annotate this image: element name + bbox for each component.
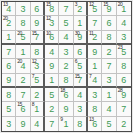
cage-sum-r1c6: 3 (75, 2, 77, 7)
digit-r9c5: 1 (63, 120, 68, 129)
cell-r5c8[interactable]: 7 (102, 59, 116, 73)
cell-r7c7[interactable]: 3 (88, 88, 102, 102)
digit-r7c1: 8 (6, 91, 11, 100)
digit-r6c7: 4 (92, 76, 97, 85)
digit-r9c9: 2 (121, 120, 126, 129)
cell-r1c9[interactable]: 201 (117, 2, 131, 16)
cell-r9c9[interactable]: 2 (117, 117, 131, 131)
cage-sum-r3c6: 30 (75, 31, 80, 36)
digit-r3c5: 4 (63, 33, 68, 42)
digit-r1c2: 3 (20, 5, 25, 14)
cell-r1c4[interactable]: 158 (45, 2, 59, 16)
cell-r4c4[interactable]: 4 (45, 45, 59, 59)
digit-r9c1: 3 (6, 120, 11, 129)
cell-r9c6[interactable]: 8 (74, 117, 88, 131)
cell-r5c6[interactable]: 65 (74, 59, 88, 73)
digit-r5c6: 5 (77, 62, 82, 71)
digit-r4c3: 8 (34, 48, 39, 57)
cell-r5c1[interactable]: 6 (2, 59, 16, 73)
cell-r6c7[interactable]: 74 (88, 74, 102, 88)
cage-sum-r7c5: 18 (60, 88, 65, 93)
cell-r5c3[interactable]: 123 (31, 59, 45, 73)
digit-r8c3: 1 (34, 105, 39, 114)
digit-r8c4: 2 (49, 105, 54, 114)
cell-r4c3[interactable]: 8 (31, 45, 45, 59)
cage-sum-r2c1: 20 (3, 16, 8, 21)
cage-sum-r1c7: 12 (89, 2, 94, 7)
cell-r4c1[interactable]: 7 (2, 45, 16, 59)
cell-r2c1[interactable]: 202 (2, 16, 16, 30)
cell-r5c7[interactable]: 1 (88, 59, 102, 73)
digit-r5c7: 1 (92, 62, 97, 71)
cell-r3c5[interactable]: 4 (59, 31, 73, 45)
digit-r9c6: 8 (77, 120, 82, 129)
cell-r2c6[interactable]: 1 (74, 16, 88, 30)
cage-sum-r8c2: 15 (17, 102, 22, 107)
cell-r1c6[interactable]: 32 (74, 2, 88, 16)
cell-r8c3[interactable]: 81 (31, 102, 45, 116)
digit-r6c9: 6 (121, 76, 126, 85)
cell-r3c3[interactable]: 157 (31, 31, 45, 45)
digit-r5c8: 7 (106, 62, 111, 71)
cell-r1c8[interactable]: 159 (102, 2, 116, 16)
digit-r7c2: 7 (20, 91, 25, 100)
cell-r1c7[interactable]: 125 (88, 2, 102, 16)
cell-r2c2[interactable]: 8 (16, 16, 30, 30)
digit-r8c8: 4 (106, 105, 111, 114)
cage-sum-r3c2: 20 (17, 31, 22, 36)
cell-r7c9[interactable]: 289 (117, 88, 131, 102)
cell-r4c6[interactable]: 6 (74, 45, 88, 59)
digit-r6c4: 1 (49, 76, 54, 85)
cage-sum-r3c4: 10 (46, 31, 51, 36)
digit-r8c1: 5 (6, 105, 11, 114)
digit-r9c7: 6 (92, 120, 97, 129)
cell-r6c2[interactable]: 2 (16, 74, 30, 88)
cell-r4c7[interactable]: 9 (88, 45, 102, 59)
cage-sum-r5c3: 12 (32, 59, 37, 64)
digit-r9c3: 4 (34, 120, 39, 129)
digit-r6c5: 8 (63, 76, 68, 85)
cage-sum-r6c3: 7 (32, 74, 34, 79)
cell-r7c2[interactable]: 7 (16, 88, 30, 102)
digit-r9c8: 5 (106, 120, 111, 129)
digit-r4c5: 3 (63, 48, 68, 57)
cage-sum-r3c7: 11 (89, 31, 93, 36)
cell-r1c5[interactable]: 7 (59, 2, 73, 16)
cell-r5c5[interactable]: 2 (59, 59, 73, 73)
digit-r4c7: 9 (92, 48, 97, 57)
cell-r1c1[interactable]: 134 (2, 2, 16, 16)
cell-r7c3[interactable]: 2 (31, 88, 45, 102)
digit-r6c1: 9 (6, 76, 11, 85)
cell-r9c4[interactable]: 7 (45, 117, 59, 131)
cell-r9c3[interactable]: 4 (31, 117, 45, 131)
cell-r7c1[interactable]: 8 (2, 88, 16, 102)
digit-r4c8: 2 (106, 48, 111, 57)
digit-r2c9: 4 (121, 19, 126, 28)
cell-r6c4[interactable]: 1 (45, 74, 59, 88)
digit-r2c3: 9 (34, 19, 39, 28)
cell-r2c9[interactable]: 4 (117, 16, 131, 30)
cell-r2c4[interactable]: 123 (45, 16, 59, 30)
digit-r9c4: 7 (49, 120, 54, 129)
cage-sum-r1c9: 20 (118, 2, 123, 7)
cage-sum-r1c1: 13 (3, 2, 8, 7)
digit-r8c7: 8 (92, 105, 97, 114)
cage-sum-r5c6: 6 (75, 59, 77, 64)
digit-r7c4: 5 (49, 91, 54, 100)
cell-r3c9[interactable]: 3 (117, 31, 131, 45)
cell-r3c7[interactable]: 112 (88, 31, 102, 45)
cell-r9c8[interactable]: 5 (102, 117, 116, 131)
cell-r8c9[interactable]: 7 (117, 102, 131, 116)
cage-sum-r6c7: 7 (89, 74, 91, 79)
cell-r6c9[interactable]: 6 (117, 74, 131, 88)
cell-r1c3[interactable]: 6 (31, 2, 45, 16)
digit-r5c9: 8 (121, 62, 126, 71)
cell-r6c1[interactable]: 9 (2, 74, 16, 88)
digit-r8c5: 9 (63, 105, 68, 114)
cell-r8c5[interactable]: 9 (59, 102, 73, 116)
cell-r8c8[interactable]: 4 (102, 102, 116, 116)
digit-r4c4: 4 (49, 48, 54, 57)
digit-r1c3: 6 (34, 5, 39, 14)
cell-r2c3[interactable]: 9 (31, 16, 45, 30)
cell-r6c3[interactable]: 75 (31, 74, 45, 88)
cell-r7c6[interactable]: 4 (74, 88, 88, 102)
digit-r2c2: 8 (20, 19, 25, 28)
cell-r2c8[interactable]: 6 (102, 16, 116, 30)
cage-sum-r7c9: 28 (118, 88, 123, 93)
digit-r5c5: 2 (63, 62, 68, 71)
cage-sum-r6c6: 15 (75, 74, 80, 79)
cell-r5c9[interactable]: 8 (117, 59, 131, 73)
cell-r3c6[interactable]: 309 (74, 31, 88, 45)
cage-sum-r4c9: 23 (118, 45, 123, 50)
cell-r6c5[interactable]: 8 (59, 74, 73, 88)
cage-sum-r9c5: 9 (60, 117, 62, 122)
cell-r8c2[interactable]: 156 (16, 102, 30, 116)
digit-r2c7: 7 (92, 19, 97, 28)
digit-r6c8: 3 (106, 76, 111, 85)
cell-r8c6[interactable]: 3 (74, 102, 88, 116)
cage-sum-r8c3: 8 (32, 102, 34, 107)
cell-r2c5[interactable]: 5 (59, 16, 73, 30)
cell-r8c7[interactable]: 8 (88, 102, 102, 116)
cell-r6c8[interactable]: 3 (102, 74, 116, 88)
digit-r8c6: 3 (77, 105, 82, 114)
cell-r9c1[interactable]: 3 (2, 117, 16, 131)
cell-r5c4[interactable]: 9 (45, 59, 59, 73)
cage-sum-r9c7: 13 (89, 117, 94, 122)
cell-r9c5[interactable]: 91 (59, 117, 73, 131)
digit-r4c2: 1 (20, 48, 25, 57)
digit-r2c8: 6 (106, 19, 111, 28)
cage-sum-r1c4: 15 (46, 2, 51, 7)
sudoku-board: 1343615873212515920120289123517641205157… (1, 1, 132, 132)
cell-r3c4[interactable]: 106 (45, 31, 59, 45)
digit-r4c1: 7 (6, 48, 11, 57)
digit-r2c5: 5 (63, 19, 68, 28)
digit-r9c2: 9 (20, 120, 25, 129)
cell-r4c2[interactable]: 1 (16, 45, 30, 59)
digit-r3c1: 1 (6, 33, 11, 42)
cell-r7c8[interactable]: 1 (102, 88, 116, 102)
digit-r7c7: 3 (92, 91, 97, 100)
cell-r5c2[interactable]: 204 (16, 59, 30, 73)
cell-r7c5[interactable]: 186 (59, 88, 73, 102)
cage-sum-r5c2: 20 (17, 59, 22, 64)
cell-r3c2[interactable]: 205 (16, 31, 30, 45)
cage-sum-r1c8: 15 (103, 2, 108, 7)
digit-r3c9: 3 (121, 33, 126, 42)
cage-sum-r3c3: 15 (32, 31, 37, 36)
digit-r4c6: 6 (77, 48, 82, 57)
cell-r3c8[interactable]: 8 (102, 31, 116, 45)
digit-r2c6: 1 (77, 19, 82, 28)
digit-r6c3: 5 (34, 76, 39, 85)
cell-r7c4[interactable]: 5 (45, 88, 59, 102)
digit-r3c8: 8 (106, 33, 111, 42)
cell-r8c4[interactable]: 2 (45, 102, 59, 116)
cell-r4c8[interactable]: 2 (102, 45, 116, 59)
cell-r8c1[interactable]: 5 (2, 102, 16, 116)
cell-r6c6[interactable]: 157 (74, 74, 88, 88)
cell-r9c7[interactable]: 136 (88, 117, 102, 131)
cell-r3c1[interactable]: 1 (2, 31, 16, 45)
digit-r1c5: 7 (63, 5, 68, 14)
digit-r8c9: 7 (121, 105, 126, 114)
digit-r6c2: 2 (20, 76, 25, 85)
cell-r4c9[interactable]: 235 (117, 45, 131, 59)
digit-r5c1: 6 (6, 62, 11, 71)
cell-r2c7[interactable]: 7 (88, 16, 102, 30)
cell-r4c5[interactable]: 3 (59, 45, 73, 59)
digit-r7c3: 2 (34, 91, 39, 100)
digit-r5c4: 9 (49, 62, 54, 71)
digit-r7c6: 4 (77, 91, 82, 100)
cell-r1c2[interactable]: 3 (16, 2, 30, 16)
cell-r9c2[interactable]: 9 (16, 117, 30, 131)
cage-sum-r2c4: 12 (46, 16, 51, 21)
digit-r1c6: 2 (77, 5, 82, 14)
digit-r7c8: 1 (106, 91, 111, 100)
